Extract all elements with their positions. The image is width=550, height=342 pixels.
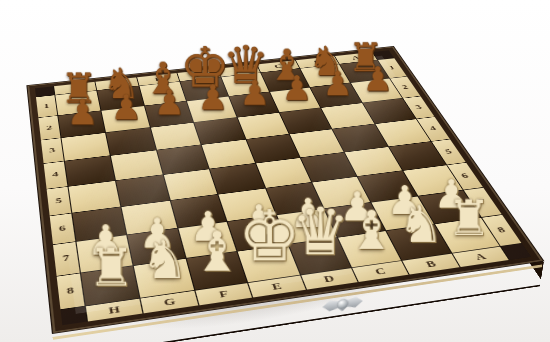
frame-corner	[61, 307, 87, 326]
piece-black-rook[interactable]: ♜	[447, 193, 491, 243]
file-label-bottom-c: C	[352, 261, 409, 282]
piece-black-king[interactable]: ♚	[238, 201, 301, 272]
square-f4[interactable]	[157, 145, 209, 174]
square-h3[interactable]	[62, 133, 111, 161]
piece-black-rook[interactable]: ♜	[87, 241, 134, 294]
chess-board: HGFEDCBA1♜♞♝♚♛♝♞♜12♟♟♟♟♟♟♟♟2334455667♟♟♟…	[26, 46, 544, 334]
piece-white-pawn[interactable]: ♟	[322, 67, 352, 101]
piece-black-bishop[interactable]: ♝	[347, 203, 395, 257]
piece-white-pawn[interactable]: ♟	[239, 76, 270, 110]
file-label-bottom-f: F	[195, 283, 252, 305]
square-g2[interactable]: ♟	[102, 106, 150, 132]
piece-white-pawn[interactable]: ♟	[197, 81, 228, 115]
rank-label-left-6: 6	[50, 213, 76, 244]
square-g5[interactable]	[116, 175, 169, 207]
square-h8[interactable]: ♜	[81, 266, 140, 306]
rank-label-left-7: 7	[53, 242, 80, 275]
rank-label-left-2: 2	[38, 116, 60, 140]
square-g4[interactable]	[111, 150, 162, 179]
piece-black-knight[interactable]: ♞	[141, 233, 189, 286]
square-d5[interactable]	[256, 158, 311, 188]
rank-label-left-1: 1	[36, 95, 57, 117]
rank-label-left-4: 4	[44, 161, 68, 188]
file-label-bottom-b: B	[403, 254, 460, 275]
piece-white-pawn[interactable]: ♟	[281, 71, 311, 105]
piece-white-pawn[interactable]: ♟	[66, 95, 98, 130]
piece-black-knight[interactable]: ♞	[398, 199, 444, 250]
rank-label-left-5: 5	[47, 187, 72, 216]
chess-set-photo: HGFEDCBA1♜♞♝♚♛♝♞♜12♟♟♟♟♟♟♟♟2334455667♟♟♟…	[0, 0, 550, 342]
square-f3[interactable]	[151, 123, 201, 150]
piece-white-pawn[interactable]: ♟	[111, 90, 142, 125]
rank-label-left-8: 8	[57, 273, 85, 309]
piece-white-pawn[interactable]: ♟	[154, 85, 185, 120]
rank-label-left-3: 3	[41, 138, 64, 163]
piece-white-pawn[interactable]: ♟	[363, 63, 393, 97]
square-e4[interactable]	[202, 140, 255, 169]
piece-black-bishop[interactable]: ♝	[193, 224, 243, 279]
square-e2[interactable]: ♟	[187, 97, 236, 122]
